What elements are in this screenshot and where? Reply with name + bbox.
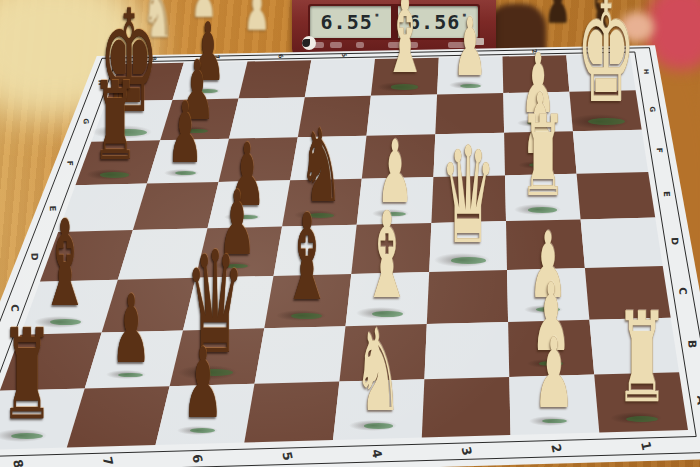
square-h5	[305, 59, 375, 97]
square-g7	[160, 99, 238, 141]
file-label-left: F	[65, 161, 74, 167]
square-d6	[196, 227, 283, 278]
chess-board: 8877665544332211HHGGFFEEDDCCBBAA	[0, 0, 700, 467]
square-f5	[290, 136, 366, 181]
square-a3	[422, 377, 511, 438]
pawn-glyph: ♟	[545, 0, 571, 31]
file-label-left: H	[97, 80, 104, 86]
tournament-photo-scene: 6.55 ▪ 6.56 ▪ ♞♟♟♟♝ 8877665544332211HHGG…	[0, 0, 700, 467]
square-d5	[274, 225, 357, 276]
square-g5	[298, 96, 371, 137]
square-b4	[339, 324, 426, 382]
square-b1	[589, 318, 679, 375]
square-c3	[427, 270, 508, 324]
square-g1	[569, 90, 641, 131]
square-e1	[577, 172, 656, 219]
file-label-right: H	[643, 69, 650, 75]
square-d2	[506, 219, 585, 270]
file-label-left: B	[0, 358, 1, 367]
square-f2	[504, 131, 576, 175]
file-label-left: D	[29, 253, 40, 261]
square-d4	[351, 223, 431, 274]
square-d7	[118, 228, 208, 279]
file-label-right: B	[685, 340, 698, 349]
square-b3	[424, 322, 509, 379]
board-surface: 8877665544332211HHGGFFEEDDCCBBAA	[0, 0, 700, 467]
square-e5	[282, 179, 362, 227]
square-a1	[594, 372, 688, 432]
square-e6	[208, 180, 291, 228]
square-f6	[219, 137, 298, 182]
square-c4	[346, 272, 430, 326]
square-h7	[173, 62, 248, 100]
square-a4	[333, 379, 424, 440]
file-label-right: F	[655, 147, 664, 153]
square-f3	[433, 133, 505, 177]
file-label-right: G	[648, 106, 656, 112]
square-g2	[503, 92, 573, 133]
square-e2	[505, 174, 581, 221]
square-b6	[170, 328, 265, 386]
square-c5	[264, 274, 351, 328]
square-a6	[156, 384, 255, 445]
file-label-right: A	[694, 395, 700, 405]
pawn-glyph: ♟	[244, 0, 271, 39]
pawn-glyph: ♟	[191, 0, 217, 26]
square-h1	[566, 54, 635, 92]
square-e7	[133, 182, 219, 230]
square-h6	[239, 60, 312, 98]
knight-glyph: ♞	[142, 0, 173, 48]
file-label-left: E	[48, 205, 58, 211]
square-b5	[255, 326, 346, 384]
square-h3	[437, 57, 503, 95]
file-label-left: G	[81, 118, 89, 124]
file-label-right: C	[677, 287, 688, 295]
square-c1	[585, 266, 671, 320]
square-g6	[229, 97, 305, 139]
square-d1	[581, 218, 663, 268]
square-g3	[435, 93, 504, 134]
square-a2	[509, 375, 599, 435]
square-a5	[244, 382, 339, 443]
square-f1	[573, 130, 648, 174]
square-d3	[429, 221, 507, 272]
bishop-glyph: ♝	[584, 0, 617, 45]
square-g4	[367, 94, 438, 135]
square-h2	[503, 55, 570, 93]
square-e3	[431, 175, 506, 223]
square-c6	[183, 276, 274, 331]
file-label-left: C	[9, 304, 20, 312]
square-h4	[371, 58, 439, 96]
square-f7	[147, 139, 229, 184]
square-b2	[508, 320, 594, 377]
square-e4	[357, 177, 434, 225]
square-c2	[507, 268, 589, 322]
file-label-right: E	[662, 191, 672, 197]
file-label-right: D	[670, 237, 681, 245]
square-f4	[362, 134, 436, 179]
